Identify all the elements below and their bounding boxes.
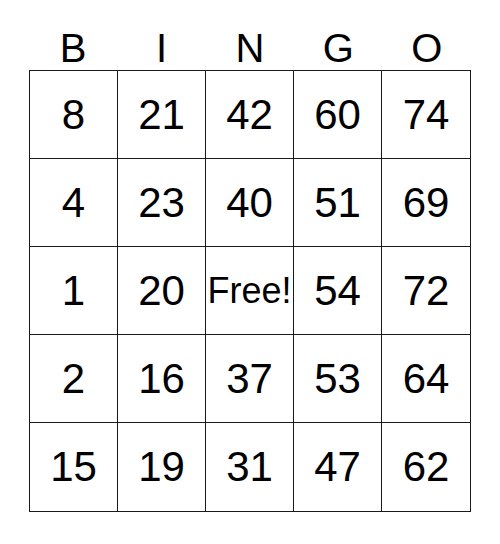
cell-r4c4[interactable]: 53 bbox=[294, 335, 382, 423]
cell-r2c1[interactable]: 4 bbox=[30, 159, 118, 247]
cell-r1c2[interactable]: 21 bbox=[118, 71, 206, 159]
bingo-header: B I N G O bbox=[29, 0, 471, 70]
cell-r2c4[interactable]: 51 bbox=[294, 159, 382, 247]
header-letter-g: G bbox=[294, 0, 382, 70]
cell-r4c2[interactable]: 16 bbox=[118, 335, 206, 423]
bingo-card: B I N G O 8 21 42 60 74 4 23 40 51 69 1 … bbox=[29, 0, 471, 512]
header-letter-b: B bbox=[29, 0, 117, 70]
cell-r5c4[interactable]: 47 bbox=[294, 423, 382, 511]
bingo-grid: 8 21 42 60 74 4 23 40 51 69 1 20 Free! 5… bbox=[29, 70, 471, 512]
cell-r4c3[interactable]: 37 bbox=[206, 335, 294, 423]
header-letter-o: O bbox=[383, 0, 471, 70]
cell-r5c2[interactable]: 19 bbox=[118, 423, 206, 511]
cell-r4c1[interactable]: 2 bbox=[30, 335, 118, 423]
cell-r1c1[interactable]: 8 bbox=[30, 71, 118, 159]
header-letter-n: N bbox=[206, 0, 294, 70]
cell-r3c4[interactable]: 54 bbox=[294, 247, 382, 335]
cell-r5c1[interactable]: 15 bbox=[30, 423, 118, 511]
header-letter-i: I bbox=[117, 0, 205, 70]
cell-r2c5[interactable]: 69 bbox=[382, 159, 470, 247]
cell-r2c3[interactable]: 40 bbox=[206, 159, 294, 247]
cell-r4c5[interactable]: 64 bbox=[382, 335, 470, 423]
free-cell[interactable]: Free! bbox=[206, 247, 294, 335]
cell-r3c1[interactable]: 1 bbox=[30, 247, 118, 335]
cell-r2c2[interactable]: 23 bbox=[118, 159, 206, 247]
cell-r1c5[interactable]: 74 bbox=[382, 71, 470, 159]
cell-r5c5[interactable]: 62 bbox=[382, 423, 470, 511]
cell-r1c3[interactable]: 42 bbox=[206, 71, 294, 159]
cell-r3c2[interactable]: 20 bbox=[118, 247, 206, 335]
cell-r5c3[interactable]: 31 bbox=[206, 423, 294, 511]
cell-r1c4[interactable]: 60 bbox=[294, 71, 382, 159]
cell-r3c5[interactable]: 72 bbox=[382, 247, 470, 335]
